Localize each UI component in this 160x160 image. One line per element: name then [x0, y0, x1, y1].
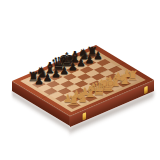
black-pawn-c7: ♟	[51, 68, 60, 79]
black-pawn-e7: ♟	[68, 61, 77, 72]
black-pawn-h7: ♟	[93, 50, 102, 61]
black-pawn-f7: ♟	[76, 57, 85, 68]
pieces-layer: ♜♟♞♟♝♟♚♟♛♟♝♟♟♞♜♟♟♜♞♟♟♝♟♚♟♛♟♝♟♞♟♜	[0, 0, 160, 160]
black-pawn-g7: ♟	[85, 54, 94, 65]
white-rook-a1: ♜	[68, 94, 80, 107]
folding-chess-set-photo: ♜♟♞♟♝♟♚♟♛♟♝♟♟♞♜♟♟♜♞♟♟♝♟♚♟♛♟♝♟♞♟♜	[0, 0, 160, 160]
black-pawn-d7: ♟	[60, 65, 69, 76]
black-pawn-b7: ♟	[43, 72, 52, 83]
black-pawn-a7: ♟	[34, 75, 43, 86]
